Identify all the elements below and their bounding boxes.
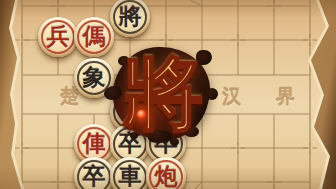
piece-soldier-red[interactable]: 兵 (38, 17, 78, 57)
piece-character: 卒 (155, 132, 178, 155)
piece-soldier-black[interactable]: 卒 (74, 157, 114, 189)
piece-character: 傌 (83, 25, 106, 48)
piece-chariot-black[interactable]: 車 (110, 157, 150, 189)
piece-character: 卒 (119, 132, 142, 155)
piece-character: 象 (83, 66, 106, 89)
xiangqi-game-screen: 楚 河 汉 界 將兵傌象俥卒卒卒車炮 將 (0, 0, 336, 189)
piece-horse-red[interactable]: 傌 (74, 17, 114, 57)
piece-character: 車 (119, 165, 142, 188)
piece-general-black[interactable]: 將 (110, 0, 150, 37)
piece-character: 將 (119, 5, 142, 28)
piece-character: 卒 (83, 165, 106, 188)
piece-character: 炮 (155, 165, 178, 188)
piece-elephant-black[interactable]: 象 (74, 58, 114, 98)
piece-cannon-red[interactable]: 炮 (146, 157, 186, 189)
pieces-layer: 將兵傌象俥卒卒卒車炮 (0, 0, 336, 189)
piece-character: 俥 (83, 132, 106, 155)
piece-character: 兵 (47, 25, 70, 48)
